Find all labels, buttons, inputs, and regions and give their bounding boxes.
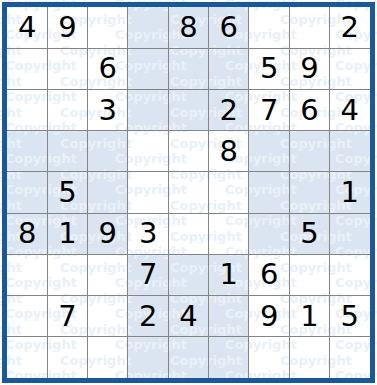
sudoku-cell-r4c6[interactable]: 8 <box>209 131 249 172</box>
sudoku-cell-r3c8[interactable]: 6 <box>289 89 329 130</box>
sudoku-cell-r4c9[interactable] <box>330 131 370 172</box>
sudoku-cell-r1c6[interactable]: 6 <box>209 7 249 48</box>
sudoku-cell-r9c4[interactable] <box>128 337 168 378</box>
sudoku-cell-r1c7[interactable] <box>249 7 289 48</box>
sudoku-cell-r8c8[interactable]: 1 <box>289 296 329 337</box>
sudoku-cell-r1c5[interactable]: 8 <box>168 7 208 48</box>
sudoku-cell-r3c3[interactable]: 3 <box>88 89 128 130</box>
sudoku-cell-r2c5[interactable] <box>168 48 208 89</box>
sudoku-cell-r4c3[interactable] <box>88 131 128 172</box>
sudoku-cell-r4c5[interactable] <box>168 131 208 172</box>
sudoku-cell-r5c3[interactable] <box>88 172 128 213</box>
sudoku-cell-r8c4[interactable]: 2 <box>128 296 168 337</box>
sudoku-cell-r3c7[interactable]: 7 <box>249 89 289 130</box>
sudoku-cell-r6c7[interactable] <box>249 213 289 254</box>
sudoku-cell-r9c9[interactable] <box>330 337 370 378</box>
sudoku-cell-r7c1[interactable] <box>7 254 47 295</box>
sudoku-cell-r1c8[interactable] <box>289 7 329 48</box>
sudoku-cell-r9c2[interactable] <box>47 337 87 378</box>
sudoku-cell-r9c6[interactable] <box>209 337 249 378</box>
sudoku-cell-r3c5[interactable] <box>168 89 208 130</box>
sudoku-cell-r2c4[interactable] <box>128 48 168 89</box>
sudoku-cell-r6c1[interactable]: 8 <box>7 213 47 254</box>
sudoku-cell-r8c1[interactable] <box>7 296 47 337</box>
sudoku-cell-r3c4[interactable] <box>128 89 168 130</box>
sudoku-cell-r8c6[interactable] <box>209 296 249 337</box>
sudoku-cell-r7c3[interactable] <box>88 254 128 295</box>
sudoku-cell-r9c3[interactable] <box>88 337 128 378</box>
sudoku-cell-r2c8[interactable]: 9 <box>289 48 329 89</box>
sudoku-cell-r6c5[interactable] <box>168 213 208 254</box>
sudoku-cell-r5c4[interactable] <box>128 172 168 213</box>
sudoku-cell-r7c2[interactable] <box>47 254 87 295</box>
sudoku-cell-r7c9[interactable] <box>330 254 370 295</box>
sudoku-cell-r2c9[interactable] <box>330 48 370 89</box>
sudoku-cell-r1c1[interactable]: 4 <box>7 7 47 48</box>
sudoku-cell-r3c1[interactable] <box>7 89 47 130</box>
sudoku-cell-r5c2[interactable]: 5 <box>47 172 87 213</box>
sudoku-cell-r5c5[interactable] <box>168 172 208 213</box>
sudoku-board: CopyrightCopyrightCopyrightCopyrightCopy… <box>0 0 377 385</box>
sudoku-cell-r1c4[interactable] <box>128 7 168 48</box>
sudoku-cell-r9c8[interactable] <box>289 337 329 378</box>
sudoku-cell-r8c3[interactable] <box>88 296 128 337</box>
sudoku-cell-r4c2[interactable] <box>47 131 87 172</box>
sudoku-cell-r5c9[interactable]: 1 <box>330 172 370 213</box>
sudoku-cell-r6c4[interactable]: 3 <box>128 213 168 254</box>
sudoku-cell-r3c6[interactable]: 2 <box>209 89 249 130</box>
sudoku-cell-r3c9[interactable]: 4 <box>330 89 370 130</box>
sudoku-cell-r1c9[interactable]: 2 <box>330 7 370 48</box>
sudoku-cell-r6c2[interactable]: 1 <box>47 213 87 254</box>
sudoku-cell-r1c3[interactable] <box>88 7 128 48</box>
sudoku-cell-r5c6[interactable] <box>209 172 249 213</box>
sudoku-cell-r5c7[interactable] <box>249 172 289 213</box>
sudoku-cell-r3c2[interactable] <box>47 89 87 130</box>
cell-layer: 498626593276485181935716724915 <box>7 7 370 378</box>
sudoku-cell-r6c8[interactable]: 5 <box>289 213 329 254</box>
sudoku-cell-r2c1[interactable] <box>7 48 47 89</box>
sudoku-cell-r1c2[interactable]: 9 <box>47 7 87 48</box>
sudoku-cell-r5c8[interactable] <box>289 172 329 213</box>
sudoku-cell-r9c1[interactable] <box>7 337 47 378</box>
sudoku-cell-r7c5[interactable] <box>168 254 208 295</box>
sudoku-cell-r4c1[interactable] <box>7 131 47 172</box>
sudoku-cell-r2c7[interactable]: 5 <box>249 48 289 89</box>
sudoku-cell-r9c7[interactable] <box>249 337 289 378</box>
sudoku-cell-r7c8[interactable] <box>289 254 329 295</box>
sudoku-cell-r7c7[interactable]: 6 <box>249 254 289 295</box>
sudoku-cell-r9c5[interactable] <box>168 337 208 378</box>
sudoku-cell-r2c3[interactable]: 6 <box>88 48 128 89</box>
sudoku-cell-r8c5[interactable]: 4 <box>168 296 208 337</box>
sudoku-cell-r2c2[interactable] <box>47 48 87 89</box>
sudoku-cell-r5c1[interactable] <box>7 172 47 213</box>
sudoku-cell-r6c9[interactable] <box>330 213 370 254</box>
sudoku-cell-r4c7[interactable] <box>249 131 289 172</box>
sudoku-cell-r4c4[interactable] <box>128 131 168 172</box>
sudoku-cell-r8c9[interactable]: 5 <box>330 296 370 337</box>
sudoku-cell-r7c6[interactable]: 1 <box>209 254 249 295</box>
sudoku-cell-r6c3[interactable]: 9 <box>88 213 128 254</box>
sudoku-cell-r8c7[interactable]: 9 <box>249 296 289 337</box>
sudoku-cell-r7c4[interactable]: 7 <box>128 254 168 295</box>
sudoku-cell-r2c6[interactable] <box>209 48 249 89</box>
sudoku-cell-r6c6[interactable] <box>209 213 249 254</box>
sudoku-cell-r4c8[interactable] <box>289 131 329 172</box>
sudoku-cell-r8c2[interactable]: 7 <box>47 296 87 337</box>
